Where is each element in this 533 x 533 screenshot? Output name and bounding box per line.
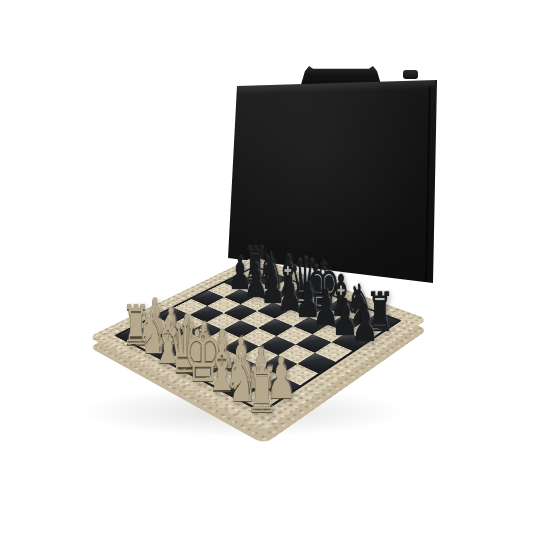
- board-grid: [118, 267, 398, 410]
- chess-scene: [79, 149, 436, 506]
- chess-board: [89, 256, 428, 431]
- board-field: [114, 266, 402, 414]
- case-latch: [403, 70, 418, 79]
- product-photo: ♜♞♝♛♚♝♞♜♟♟♟♟♟♟♟♟♟♟♟♟♟♟♟♟♜♞♝♛♚♝♞♜: [0, 0, 533, 533]
- case-lid-seam: [425, 86, 431, 280]
